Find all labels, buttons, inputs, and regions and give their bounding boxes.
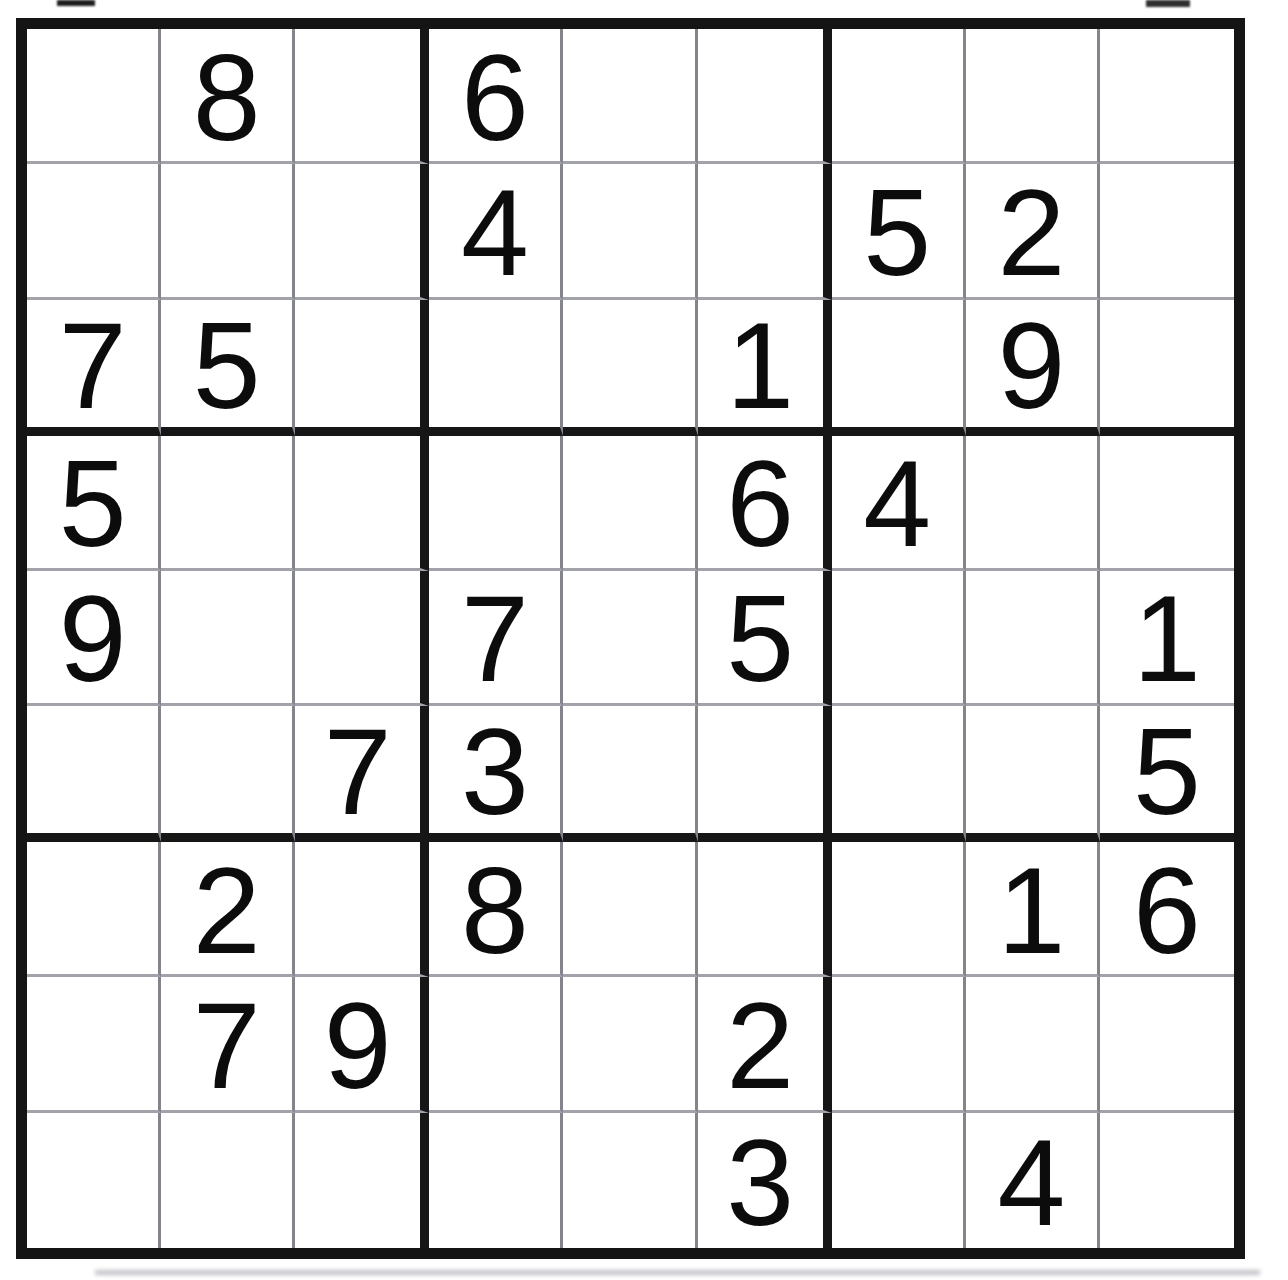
cell-r4c1[interactable]: 5 — [27, 436, 161, 571]
cell-r4c8[interactable] — [966, 436, 1100, 571]
cell-r7c1[interactable] — [27, 842, 161, 977]
cell-r4c7[interactable]: 4 — [832, 436, 966, 571]
cell-r9c4[interactable] — [429, 1113, 563, 1248]
cell-r8c5[interactable] — [563, 977, 697, 1112]
cell-r2c7[interactable]: 5 — [832, 164, 966, 299]
cell-r1c1[interactable] — [27, 29, 161, 164]
cell-r5c2[interactable] — [161, 571, 295, 706]
cell-r3c8[interactable]: 9 — [966, 300, 1100, 436]
cell-r1c4[interactable]: 6 — [429, 29, 563, 164]
cell-r4c3[interactable] — [295, 436, 429, 571]
cell-r9c1[interactable] — [27, 1113, 161, 1248]
cell-r1c7[interactable] — [832, 29, 966, 164]
cell-r1c3[interactable] — [295, 29, 429, 164]
cell-r3c5[interactable] — [563, 300, 697, 436]
cell-r9c5[interactable] — [563, 1113, 697, 1248]
cell-r8c8[interactable] — [966, 977, 1100, 1112]
cell-r7c3[interactable] — [295, 842, 429, 977]
cell-r4c9[interactable] — [1100, 436, 1234, 571]
cell-r7c8[interactable]: 1 — [966, 842, 1100, 977]
cell-r3c4[interactable] — [429, 300, 563, 436]
cell-r7c7[interactable] — [832, 842, 966, 977]
cell-r7c2[interactable]: 2 — [161, 842, 295, 977]
cell-r7c6[interactable] — [698, 842, 832, 977]
cell-r2c1[interactable] — [27, 164, 161, 299]
cell-r7c5[interactable] — [563, 842, 697, 977]
cell-r5c3[interactable] — [295, 571, 429, 706]
cell-r6c5[interactable] — [563, 706, 697, 842]
cell-r6c1[interactable] — [27, 706, 161, 842]
cell-r3c6[interactable]: 1 — [698, 300, 832, 436]
cell-r6c6[interactable] — [698, 706, 832, 842]
cell-r6c7[interactable] — [832, 706, 966, 842]
cell-r5c8[interactable] — [966, 571, 1100, 706]
cell-r8c7[interactable] — [832, 977, 966, 1112]
cell-r5c9[interactable]: 1 — [1100, 571, 1234, 706]
cell-r2c3[interactable] — [295, 164, 429, 299]
cell-r1c5[interactable] — [563, 29, 697, 164]
sudoku-board: 8645275195649751735281679234 — [16, 18, 1245, 1259]
cell-r2c2[interactable] — [161, 164, 295, 299]
scan-artifact-top-right — [1146, 0, 1190, 7]
cell-r2c5[interactable] — [563, 164, 697, 299]
cell-r9c8[interactable]: 4 — [966, 1113, 1100, 1248]
cell-r3c1[interactable]: 7 — [27, 300, 161, 436]
cell-r9c6[interactable]: 3 — [698, 1113, 832, 1248]
cell-r6c4[interactable]: 3 — [429, 706, 563, 842]
cell-r6c8[interactable] — [966, 706, 1100, 842]
cell-r7c9[interactable]: 6 — [1100, 842, 1234, 977]
cell-r1c8[interactable] — [966, 29, 1100, 164]
cell-r5c4[interactable]: 7 — [429, 571, 563, 706]
cell-r2c9[interactable] — [1100, 164, 1234, 299]
cell-r5c7[interactable] — [832, 571, 966, 706]
cell-r5c5[interactable] — [563, 571, 697, 706]
cell-r8c9[interactable] — [1100, 977, 1234, 1112]
cell-r6c2[interactable] — [161, 706, 295, 842]
cell-r6c9[interactable]: 5 — [1100, 706, 1234, 842]
cell-r9c3[interactable] — [295, 1113, 429, 1248]
cell-r1c2[interactable]: 8 — [161, 29, 295, 164]
cell-r6c3[interactable]: 7 — [295, 706, 429, 842]
cell-r4c4[interactable] — [429, 436, 563, 571]
cell-r7c4[interactable]: 8 — [429, 842, 563, 977]
cell-r9c9[interactable] — [1100, 1113, 1234, 1248]
cell-r1c6[interactable] — [698, 29, 832, 164]
cell-r5c6[interactable]: 5 — [698, 571, 832, 706]
cell-r2c8[interactable]: 2 — [966, 164, 1100, 299]
cell-r2c4[interactable]: 4 — [429, 164, 563, 299]
cell-r8c6[interactable]: 2 — [698, 977, 832, 1112]
cell-r8c4[interactable] — [429, 977, 563, 1112]
cell-r8c3[interactable]: 9 — [295, 977, 429, 1112]
cell-r1c9[interactable] — [1100, 29, 1234, 164]
cell-r4c2[interactable] — [161, 436, 295, 571]
cell-r3c2[interactable]: 5 — [161, 300, 295, 436]
cell-r5c1[interactable]: 9 — [27, 571, 161, 706]
cell-r2c6[interactable] — [698, 164, 832, 299]
cell-r9c7[interactable] — [832, 1113, 966, 1248]
cell-r3c7[interactable] — [832, 300, 966, 436]
cell-r4c6[interactable]: 6 — [698, 436, 832, 571]
cell-r4c5[interactable] — [563, 436, 697, 571]
cell-r9c2[interactable] — [161, 1113, 295, 1248]
cell-r8c1[interactable] — [27, 977, 161, 1112]
cell-r3c3[interactable] — [295, 300, 429, 436]
scan-artifact-top-left — [57, 0, 95, 6]
cell-r8c2[interactable]: 7 — [161, 977, 295, 1112]
scan-artifact-bottom — [95, 1270, 1260, 1275]
cell-r3c9[interactable] — [1100, 300, 1234, 436]
